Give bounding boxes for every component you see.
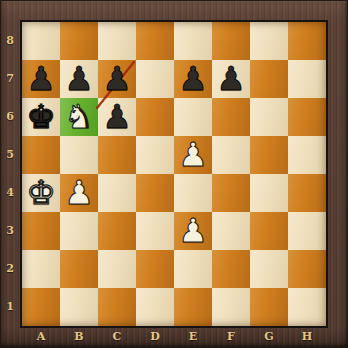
piece-black-king-a6[interactable]: ♚ xyxy=(22,98,60,136)
piece-black-pawn-f7[interactable]: ♟ xyxy=(212,60,250,98)
file-label-f: F xyxy=(212,328,250,348)
rank-label-4: 4 xyxy=(0,174,20,212)
piece-white-knight-b6[interactable]: ♞ xyxy=(60,98,98,136)
piece-white-king-a4[interactable]: ♚ xyxy=(22,174,60,212)
rank-label-5: 5 xyxy=(0,136,20,174)
file-label-d: D xyxy=(136,328,174,348)
rank-label-1: 1 xyxy=(0,288,20,326)
piece-white-pawn-b4[interactable]: ♟ xyxy=(60,174,98,212)
rank-label-2: 2 xyxy=(0,250,20,288)
piece-white-pawn-e5[interactable]: ♟ xyxy=(174,136,212,174)
piece-black-pawn-e7[interactable]: ♟ xyxy=(174,60,212,98)
file-label-c: C xyxy=(98,328,136,348)
piece-black-pawn-c6[interactable]: ♟ xyxy=(98,98,136,136)
piece-black-pawn-c7[interactable]: ♟ xyxy=(98,60,136,98)
file-label-h: H xyxy=(288,328,326,348)
chess-board: ♟♟♟♟♟♚♞♟♟♚♟♟ xyxy=(20,20,328,328)
piece-white-pawn-e3[interactable]: ♟ xyxy=(174,212,212,250)
piece-black-pawn-a7[interactable]: ♟ xyxy=(22,60,60,98)
file-label-e: E xyxy=(174,328,212,348)
rank-label-3: 3 xyxy=(0,212,20,250)
file-label-g: G xyxy=(250,328,288,348)
rank-label-6: 6 xyxy=(0,98,20,136)
piece-black-pawn-b7[interactable]: ♟ xyxy=(60,60,98,98)
rank-label-7: 7 xyxy=(0,60,20,98)
file-label-a: A xyxy=(22,328,60,348)
board-frame: 87654321 ABCDEFGH ♟♟♟♟♟♚♞♟♟♚♟♟ xyxy=(0,0,348,348)
rank-label-8: 8 xyxy=(0,22,20,60)
pieces-layer: ♟♟♟♟♟♚♞♟♟♚♟♟ xyxy=(22,22,326,326)
file-label-b: B xyxy=(60,328,98,348)
